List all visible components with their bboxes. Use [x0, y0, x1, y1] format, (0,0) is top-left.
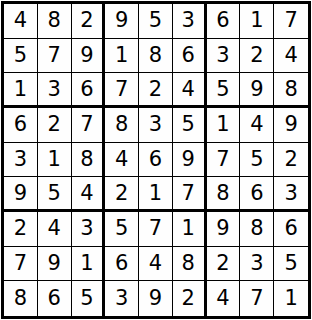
sudoku-cell-r9c3: 5	[72, 281, 106, 316]
sudoku-cell-r3c5: 2	[139, 73, 173, 108]
sudoku-cell-r6c8: 6	[240, 177, 274, 212]
sudoku-cell-r3c7: 5	[207, 73, 241, 108]
sudoku-cell-r4c3: 7	[72, 108, 106, 143]
sudoku-cell-r7c4: 5	[105, 212, 139, 247]
sudoku-cell-r8c3: 1	[72, 247, 106, 282]
sudoku-cell-r4c2: 2	[38, 108, 72, 143]
sudoku-cell-r4c7: 1	[207, 108, 241, 143]
sudoku-cell-r1c6: 3	[173, 4, 207, 39]
sudoku-cell-r3c9: 8	[274, 73, 308, 108]
sudoku-cell-r7c8: 8	[240, 212, 274, 247]
sudoku-cell-r4c9: 9	[274, 108, 308, 143]
sudoku-cell-r7c3: 3	[72, 212, 106, 247]
sudoku-cell-r4c6: 5	[173, 108, 207, 143]
sudoku-cell-r5c1: 3	[4, 143, 38, 178]
sudoku-cell-r5c8: 5	[240, 143, 274, 178]
sudoku-cell-r6c3: 4	[72, 177, 106, 212]
sudoku-cell-r4c1: 6	[4, 108, 38, 143]
sudoku-cell-r2c9: 4	[274, 39, 308, 74]
sudoku-cell-r4c5: 3	[139, 108, 173, 143]
sudoku-cell-r2c1: 5	[4, 39, 38, 74]
sudoku-cell-r8c1: 7	[4, 247, 38, 282]
sudoku-cell-r7c9: 6	[274, 212, 308, 247]
sudoku-cell-r9c9: 1	[274, 281, 308, 316]
sudoku-cell-r2c5: 8	[139, 39, 173, 74]
sudoku-cell-r6c4: 2	[105, 177, 139, 212]
sudoku-cell-r6c7: 8	[207, 177, 241, 212]
sudoku-cell-r3c2: 3	[38, 73, 72, 108]
sudoku-cell-r9c5: 9	[139, 281, 173, 316]
sudoku-cell-r9c4: 3	[105, 281, 139, 316]
sudoku-cell-r3c3: 6	[72, 73, 106, 108]
sudoku-cell-r6c5: 1	[139, 177, 173, 212]
sudoku-cell-r3c6: 4	[173, 73, 207, 108]
sudoku-cell-r1c3: 2	[72, 4, 106, 39]
sudoku-cell-r1c8: 1	[240, 4, 274, 39]
sudoku-cell-r2c4: 1	[105, 39, 139, 74]
sudoku-cell-r6c6: 7	[173, 177, 207, 212]
sudoku-cell-r8c5: 4	[139, 247, 173, 282]
sudoku-cell-r7c1: 2	[4, 212, 38, 247]
sudoku-cell-r8c2: 9	[38, 247, 72, 282]
sudoku-cell-r8c9: 5	[274, 247, 308, 282]
sudoku-cell-r9c7: 4	[207, 281, 241, 316]
sudoku-cell-r2c2: 7	[38, 39, 72, 74]
sudoku-cell-r9c2: 6	[38, 281, 72, 316]
sudoku-cell-r8c6: 8	[173, 247, 207, 282]
sudoku-cell-r2c6: 6	[173, 39, 207, 74]
sudoku-cell-r5c6: 9	[173, 143, 207, 178]
sudoku-cell-r8c8: 3	[240, 247, 274, 282]
sudoku-cell-r4c4: 8	[105, 108, 139, 143]
sudoku-cell-r1c1: 4	[4, 4, 38, 39]
sudoku-cell-r1c7: 6	[207, 4, 241, 39]
sudoku-cell-r1c2: 8	[38, 4, 72, 39]
sudoku-cell-r2c7: 3	[207, 39, 241, 74]
sudoku-cell-r7c7: 9	[207, 212, 241, 247]
sudoku-cell-r4c8: 4	[240, 108, 274, 143]
sudoku-cell-r8c4: 6	[105, 247, 139, 282]
sudoku-cell-r6c2: 5	[38, 177, 72, 212]
sudoku-cell-r6c9: 3	[274, 177, 308, 212]
sudoku-cell-r5c9: 2	[274, 143, 308, 178]
sudoku-cell-r7c6: 1	[173, 212, 207, 247]
sudoku-cell-r3c1: 1	[4, 73, 38, 108]
sudoku-cell-r1c4: 9	[105, 4, 139, 39]
sudoku-cell-r5c7: 7	[207, 143, 241, 178]
sudoku-cell-r8c7: 2	[207, 247, 241, 282]
sudoku-cell-r5c5: 6	[139, 143, 173, 178]
sudoku-cell-r2c8: 2	[240, 39, 274, 74]
sudoku-cell-r1c5: 5	[139, 4, 173, 39]
sudoku-cell-r5c3: 8	[72, 143, 106, 178]
sudoku-page: 4829536175791863241367245986278351493184…	[0, 0, 312, 320]
sudoku-cell-r9c6: 2	[173, 281, 207, 316]
sudoku-cell-r7c2: 4	[38, 212, 72, 247]
sudoku-cell-r5c2: 1	[38, 143, 72, 178]
sudoku-cell-r1c9: 7	[274, 4, 308, 39]
sudoku-cell-r9c1: 8	[4, 281, 38, 316]
sudoku-cell-r2c3: 9	[72, 39, 106, 74]
sudoku-cell-r7c5: 7	[139, 212, 173, 247]
sudoku-cell-r3c8: 9	[240, 73, 274, 108]
sudoku-cell-r5c4: 4	[105, 143, 139, 178]
sudoku-board: 4829536175791863241367245986278351493184…	[1, 1, 311, 319]
sudoku-cell-r9c8: 7	[240, 281, 274, 316]
sudoku-cell-r6c1: 9	[4, 177, 38, 212]
sudoku-cell-r3c4: 7	[105, 73, 139, 108]
